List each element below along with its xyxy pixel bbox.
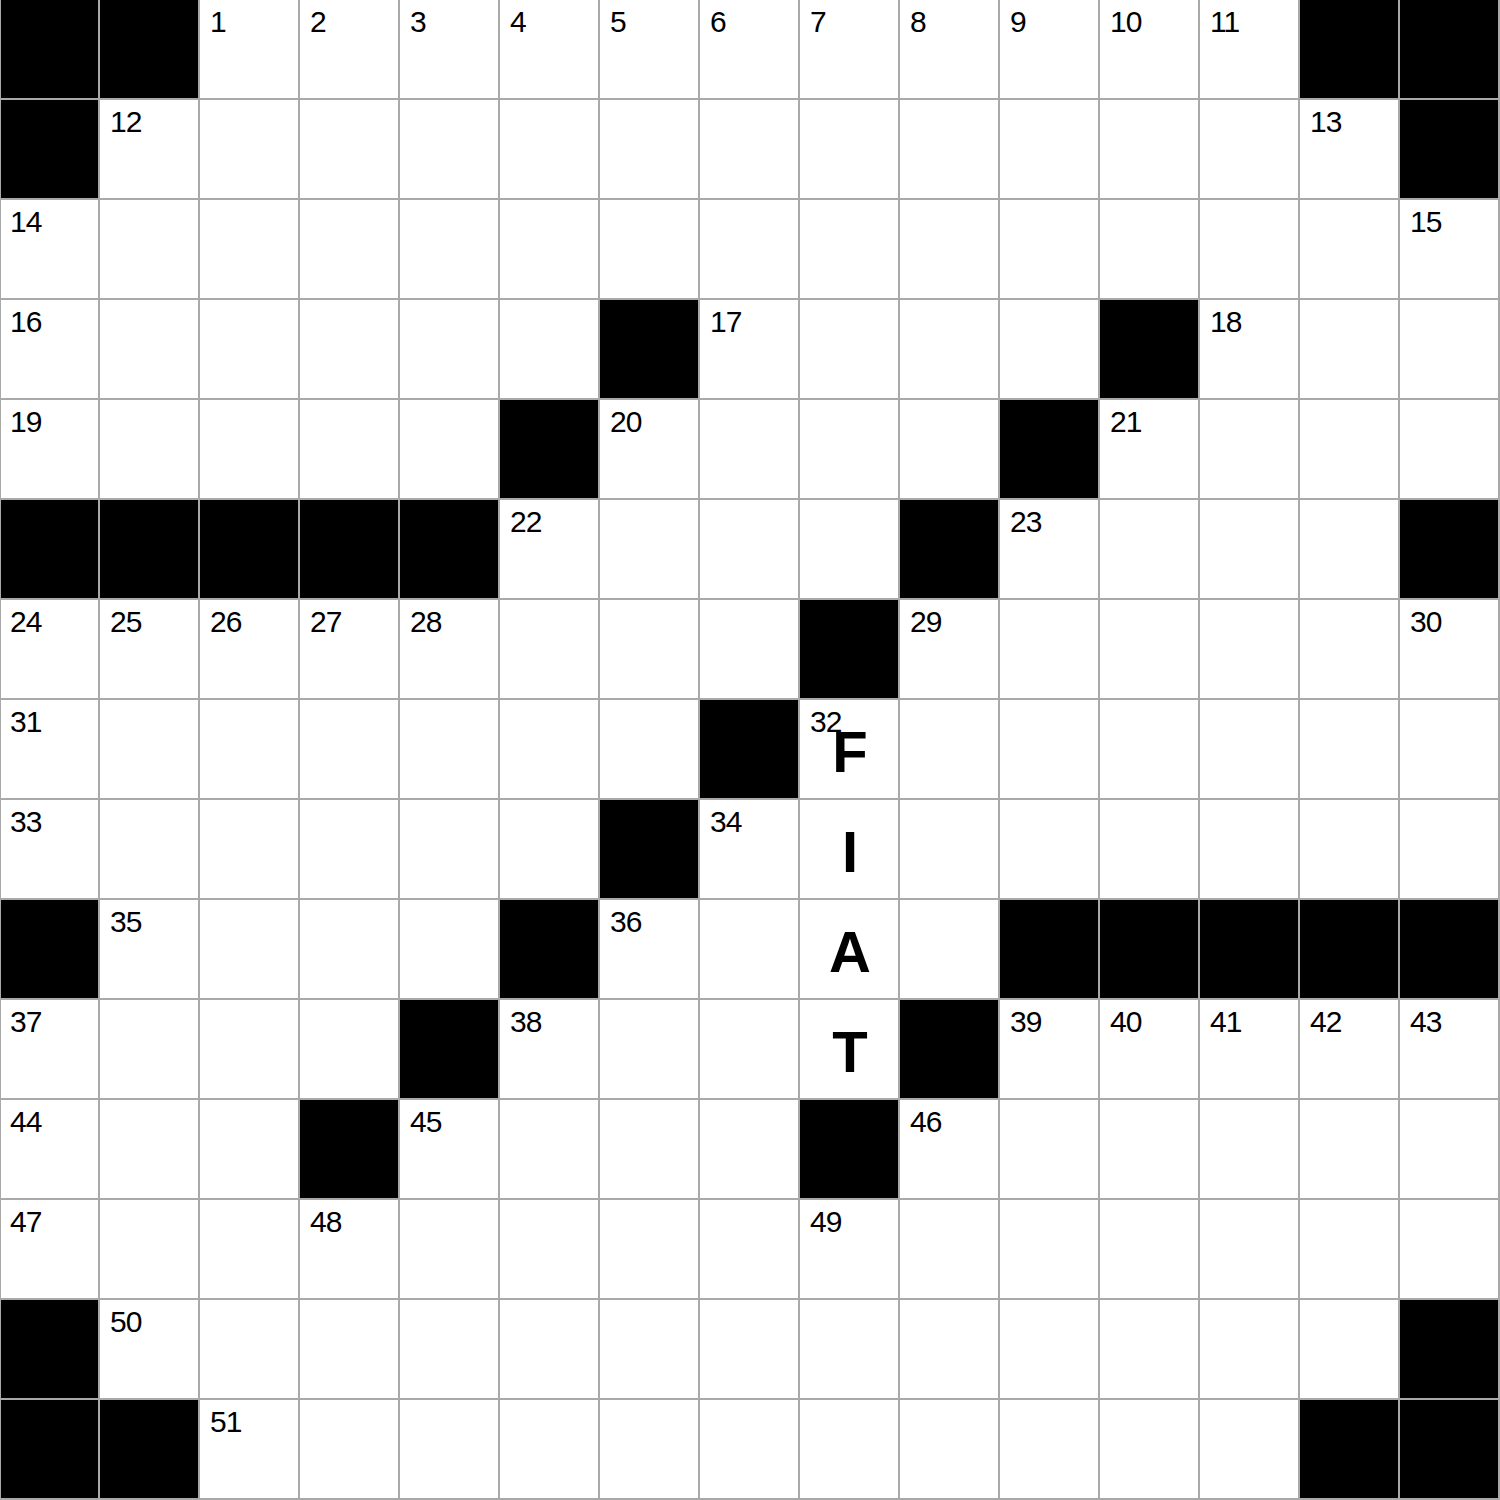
- black-cell: [600, 300, 700, 400]
- grid-cell[interactable]: [1400, 1100, 1500, 1200]
- grid-cell[interactable]: [400, 700, 500, 800]
- clue-number: 9: [1010, 7, 1026, 37]
- grid-cell[interactable]: [1000, 200, 1100, 300]
- grid-cell[interactable]: [1200, 500, 1300, 600]
- black-cell: [1400, 900, 1500, 1000]
- grid-cell[interactable]: [1200, 1400, 1300, 1500]
- clue-number: 17: [710, 307, 741, 337]
- grid-cell[interactable]: [300, 400, 400, 500]
- black-cell: [300, 500, 400, 600]
- black-cell: [1100, 300, 1200, 400]
- crossword-grid: 1234567891011121314151617181920212223242…: [0, 0, 1500, 1500]
- grid-cell[interactable]: [1100, 800, 1200, 900]
- grid-cell[interactable]: 22: [500, 500, 600, 600]
- clue-number: 7: [810, 7, 826, 37]
- grid-cell[interactable]: [100, 1100, 200, 1200]
- grid-cell[interactable]: [1400, 800, 1500, 900]
- clue-number: 41: [1210, 1007, 1241, 1037]
- grid-cell[interactable]: 21: [1100, 400, 1200, 500]
- grid-cell[interactable]: [900, 1300, 1000, 1400]
- grid-cell[interactable]: 16: [0, 300, 100, 400]
- grid-cell[interactable]: [300, 800, 400, 900]
- grid-cell[interactable]: [1000, 100, 1100, 200]
- grid-cell[interactable]: [200, 1100, 300, 1200]
- black-cell: [100, 500, 200, 600]
- grid-cell[interactable]: [100, 800, 200, 900]
- grid-cell[interactable]: [100, 700, 200, 800]
- grid-cell[interactable]: [800, 100, 900, 200]
- grid-cell[interactable]: [1000, 600, 1100, 700]
- grid-cell[interactable]: [300, 300, 400, 400]
- grid-cell[interactable]: 43: [1400, 1000, 1500, 1100]
- grid-cell[interactable]: 20: [600, 400, 700, 500]
- grid-cell[interactable]: [1300, 600, 1400, 700]
- grid-cell[interactable]: [200, 100, 300, 200]
- clue-number: 51: [210, 1407, 241, 1437]
- grid-cell[interactable]: [900, 900, 1000, 1000]
- black-cell: [1300, 900, 1400, 1000]
- grid-cell[interactable]: 10: [1100, 0, 1200, 100]
- black-cell: [1400, 1300, 1500, 1400]
- grid-cell[interactable]: [1300, 700, 1400, 800]
- grid-cell[interactable]: [500, 1200, 600, 1300]
- clue-number: 22: [510, 507, 541, 537]
- clue-number: 26: [210, 607, 241, 637]
- grid-cell[interactable]: [200, 1200, 300, 1300]
- grid-cell[interactable]: [1200, 1300, 1300, 1400]
- grid-cell[interactable]: [1000, 300, 1100, 400]
- grid-cell[interactable]: 39: [1000, 1000, 1100, 1100]
- clue-number: 14: [10, 207, 41, 237]
- cell-letter: F: [800, 700, 900, 800]
- grid-cell[interactable]: [900, 1400, 1000, 1500]
- black-cell: [1300, 0, 1400, 100]
- grid-cell[interactable]: [200, 1000, 300, 1100]
- grid-cell[interactable]: 18: [1200, 300, 1300, 400]
- clue-number: 18: [1210, 307, 1241, 337]
- grid-cell[interactable]: 25: [100, 600, 200, 700]
- grid-cell[interactable]: 14: [0, 200, 100, 300]
- grid-cell[interactable]: [1300, 300, 1400, 400]
- grid-cell[interactable]: 11: [1200, 0, 1300, 100]
- clue-number: 28: [410, 607, 441, 637]
- grid-cell[interactable]: [1100, 1300, 1200, 1400]
- clue-number: 21: [1110, 407, 1141, 437]
- grid-cell[interactable]: [1300, 1300, 1400, 1400]
- grid-cell[interactable]: [400, 200, 500, 300]
- grid-cell[interactable]: [200, 900, 300, 1000]
- grid-cell[interactable]: 50: [100, 1300, 200, 1400]
- grid-cell[interactable]: [600, 1400, 700, 1500]
- black-cell: [1100, 900, 1200, 1000]
- grid-cell[interactable]: 12: [100, 100, 200, 200]
- grid-cell[interactable]: [1100, 100, 1200, 200]
- clue-number: 4: [510, 7, 526, 37]
- grid-cell[interactable]: [1000, 1400, 1100, 1500]
- grid-cell[interactable]: [500, 300, 600, 400]
- grid-cell[interactable]: 27: [300, 600, 400, 700]
- grid-cell[interactable]: [800, 1300, 900, 1400]
- black-cell: [0, 100, 100, 200]
- grid-cell[interactable]: [500, 100, 600, 200]
- clue-number: 30: [1410, 607, 1441, 637]
- grid-cell[interactable]: 37: [0, 1000, 100, 1100]
- grid-cell[interactable]: 49: [800, 1200, 900, 1300]
- grid-cell[interactable]: [100, 1000, 200, 1100]
- grid-cell[interactable]: [300, 900, 400, 1000]
- clue-number: 1: [210, 7, 226, 37]
- grid-cell[interactable]: [900, 800, 1000, 900]
- grid-cell[interactable]: [1100, 200, 1200, 300]
- grid-cell[interactable]: T: [800, 1000, 900, 1100]
- black-cell: [0, 500, 100, 600]
- grid-cell[interactable]: [200, 200, 300, 300]
- grid-cell[interactable]: [600, 1300, 700, 1400]
- clue-number: 25: [110, 607, 141, 637]
- grid-cell[interactable]: [1400, 700, 1500, 800]
- clue-number: 31: [10, 707, 41, 737]
- grid-cell[interactable]: 45: [400, 1100, 500, 1200]
- grid-cell[interactable]: [1300, 800, 1400, 900]
- clue-number: 47: [10, 1207, 41, 1237]
- grid-cell[interactable]: [700, 600, 800, 700]
- clue-number: 34: [710, 807, 741, 837]
- grid-cell[interactable]: [500, 1300, 600, 1400]
- grid-cell[interactable]: [700, 400, 800, 500]
- grid-cell[interactable]: [400, 1300, 500, 1400]
- grid-cell[interactable]: [1100, 1100, 1200, 1200]
- clue-number: 16: [10, 307, 41, 337]
- grid-cell[interactable]: 38: [500, 1000, 600, 1100]
- grid-cell[interactable]: [200, 300, 300, 400]
- grid-cell[interactable]: 3: [400, 0, 500, 100]
- grid-cell[interactable]: [100, 400, 200, 500]
- grid-cell[interactable]: 24: [0, 600, 100, 700]
- grid-cell[interactable]: [300, 100, 400, 200]
- grid-cell[interactable]: [600, 500, 700, 600]
- clue-number: 13: [1310, 107, 1341, 137]
- grid-cell[interactable]: [300, 1300, 400, 1400]
- clue-number: 11: [1210, 7, 1239, 37]
- grid-cell[interactable]: [800, 300, 900, 400]
- grid-cell[interactable]: [800, 1400, 900, 1500]
- black-cell: [200, 500, 300, 600]
- grid-cell[interactable]: [600, 1200, 700, 1300]
- clue-number: 46: [910, 1107, 941, 1137]
- grid-cell[interactable]: [400, 900, 500, 1000]
- grid-cell[interactable]: 13: [1300, 100, 1400, 200]
- black-cell: [800, 1100, 900, 1200]
- grid-cell[interactable]: [1100, 1400, 1200, 1500]
- grid-cell[interactable]: [600, 1100, 700, 1200]
- clue-number: 19: [10, 407, 41, 437]
- grid-cell[interactable]: 40: [1100, 1000, 1200, 1100]
- grid-cell[interactable]: [500, 1400, 600, 1500]
- clue-number: 37: [10, 1007, 41, 1037]
- grid-cell[interactable]: [700, 900, 800, 1000]
- grid-cell[interactable]: [600, 100, 700, 200]
- grid-cell[interactable]: [1400, 1200, 1500, 1300]
- grid-cell[interactable]: [800, 200, 900, 300]
- grid-cell[interactable]: [1200, 400, 1300, 500]
- grid-cell[interactable]: [100, 200, 200, 300]
- grid-cell[interactable]: [900, 1200, 1000, 1300]
- black-cell: [900, 1000, 1000, 1100]
- black-cell: [1400, 1400, 1500, 1500]
- grid-cell[interactable]: [1200, 100, 1300, 200]
- clue-number: 15: [1410, 207, 1441, 237]
- grid-cell[interactable]: [400, 800, 500, 900]
- grid-cell[interactable]: [1000, 1300, 1100, 1400]
- clue-number: 8: [910, 7, 926, 37]
- grid-cell[interactable]: [100, 1200, 200, 1300]
- grid-cell[interactable]: [400, 300, 500, 400]
- grid-cell[interactable]: 5: [600, 0, 700, 100]
- grid-cell[interactable]: [1300, 1200, 1400, 1300]
- cell-letter: T: [800, 1000, 900, 1100]
- grid-cell[interactable]: [500, 800, 600, 900]
- grid-cell[interactable]: 2: [300, 0, 400, 100]
- grid-cell[interactable]: 29: [900, 600, 1000, 700]
- clue-number: 36: [610, 907, 641, 937]
- grid-cell[interactable]: [1200, 1200, 1300, 1300]
- grid-cell[interactable]: 23: [1000, 500, 1100, 600]
- grid-cell[interactable]: [900, 100, 1000, 200]
- grid-cell[interactable]: A: [800, 900, 900, 1000]
- grid-cell[interactable]: [1300, 500, 1400, 600]
- grid-cell[interactable]: [1200, 600, 1300, 700]
- black-cell: [100, 1400, 200, 1500]
- clue-number: 45: [410, 1107, 441, 1137]
- black-cell: [900, 500, 1000, 600]
- grid-cell[interactable]: 41: [1200, 1000, 1300, 1100]
- grid-cell[interactable]: 1: [200, 0, 300, 100]
- clue-number: 49: [810, 1207, 841, 1237]
- grid-cell[interactable]: [400, 100, 500, 200]
- black-cell: [500, 900, 600, 1000]
- grid-cell[interactable]: [1200, 800, 1300, 900]
- clue-number: 23: [1010, 507, 1041, 537]
- cell-letter: I: [800, 800, 900, 900]
- grid-cell[interactable]: [300, 200, 400, 300]
- grid-cell[interactable]: [1000, 1200, 1100, 1300]
- grid-cell[interactable]: [1300, 1100, 1400, 1200]
- black-cell: [100, 0, 200, 100]
- grid-cell[interactable]: [500, 600, 600, 700]
- grid-cell[interactable]: [700, 200, 800, 300]
- grid-cell[interactable]: 15: [1400, 200, 1500, 300]
- grid-cell[interactable]: [1300, 200, 1400, 300]
- grid-cell[interactable]: 30: [1400, 600, 1500, 700]
- grid-cell[interactable]: 26: [200, 600, 300, 700]
- cell-letter: A: [800, 900, 900, 1000]
- black-cell: [0, 1400, 100, 1500]
- clue-number: 48: [310, 1207, 341, 1237]
- clue-number: 33: [10, 807, 41, 837]
- grid-cell[interactable]: [1100, 1200, 1200, 1300]
- grid-cell[interactable]: [700, 1000, 800, 1100]
- clue-number: 50: [110, 1307, 141, 1337]
- grid-cell[interactable]: [1400, 300, 1500, 400]
- black-cell: [0, 900, 100, 1000]
- black-cell: [600, 800, 700, 900]
- grid-cell[interactable]: [1000, 700, 1100, 800]
- clue-number: 6: [710, 7, 726, 37]
- grid-cell[interactable]: 35: [100, 900, 200, 1000]
- grid-cell[interactable]: [700, 1100, 800, 1200]
- grid-cell[interactable]: [600, 200, 700, 300]
- black-cell: [0, 0, 100, 100]
- black-cell: [1400, 500, 1500, 600]
- grid-cell[interactable]: [1100, 600, 1200, 700]
- grid-cell[interactable]: 33: [0, 800, 100, 900]
- grid-cell[interactable]: 31: [0, 700, 100, 800]
- grid-cell[interactable]: 47: [0, 1200, 100, 1300]
- black-cell: [1000, 900, 1100, 1000]
- clue-number: 44: [10, 1107, 41, 1137]
- grid-cell[interactable]: [300, 700, 400, 800]
- black-cell: [1200, 900, 1300, 1000]
- grid-cell[interactable]: 51: [200, 1400, 300, 1500]
- clue-number: 43: [1410, 1007, 1441, 1037]
- clue-number: 42: [1310, 1007, 1341, 1037]
- black-cell: [1400, 0, 1500, 100]
- grid-cell[interactable]: [200, 700, 300, 800]
- grid-cell[interactable]: 6: [700, 0, 800, 100]
- black-cell: [1000, 400, 1100, 500]
- black-cell: [1400, 100, 1500, 200]
- clue-number: 35: [110, 907, 141, 937]
- grid-cell[interactable]: 36: [600, 900, 700, 1000]
- black-cell: [1300, 1400, 1400, 1500]
- clue-number: 2: [310, 7, 326, 37]
- grid-cell[interactable]: [900, 200, 1000, 300]
- black-cell: [800, 600, 900, 700]
- clue-number: 29: [910, 607, 941, 637]
- clue-number: 39: [1010, 1007, 1041, 1037]
- grid-cell[interactable]: [200, 400, 300, 500]
- grid-cell[interactable]: 17: [700, 300, 800, 400]
- grid-cell[interactable]: 34: [700, 800, 800, 900]
- grid-cell[interactable]: [1200, 200, 1300, 300]
- grid-cell[interactable]: 8: [900, 0, 1000, 100]
- grid-cell[interactable]: [800, 500, 900, 600]
- grid-cell[interactable]: [1000, 800, 1100, 900]
- grid-cell[interactable]: [800, 400, 900, 500]
- clue-number: 3: [410, 7, 426, 37]
- clue-number: 24: [10, 607, 41, 637]
- clue-number: 40: [1110, 1007, 1141, 1037]
- clue-number: 10: [1110, 7, 1141, 37]
- grid-cell[interactable]: 48: [300, 1200, 400, 1300]
- black-cell: [500, 400, 600, 500]
- grid-cell[interactable]: [400, 1400, 500, 1500]
- grid-cell[interactable]: [1200, 1100, 1300, 1200]
- clue-number: 27: [310, 607, 341, 637]
- grid-cell[interactable]: 44: [0, 1100, 100, 1200]
- grid-cell[interactable]: [1100, 700, 1200, 800]
- grid-cell[interactable]: [600, 600, 700, 700]
- clue-number: 5: [610, 7, 626, 37]
- black-cell: [300, 1100, 400, 1200]
- grid-cell[interactable]: [400, 400, 500, 500]
- grid-cell[interactable]: [1400, 400, 1500, 500]
- grid-cell[interactable]: [700, 1200, 800, 1300]
- grid-cell[interactable]: [1000, 1100, 1100, 1200]
- grid-cell[interactable]: 28: [400, 600, 500, 700]
- black-cell: [400, 1000, 500, 1100]
- grid-cell[interactable]: [300, 1000, 400, 1100]
- grid-cell[interactable]: [500, 200, 600, 300]
- clue-number: 38: [510, 1007, 541, 1037]
- grid-cell[interactable]: [400, 1200, 500, 1300]
- grid-cell[interactable]: [200, 800, 300, 900]
- grid-cell[interactable]: 4: [500, 0, 600, 100]
- grid-cell[interactable]: [500, 1100, 600, 1200]
- grid-cell[interactable]: I: [800, 800, 900, 900]
- clue-number: 12: [110, 107, 141, 137]
- grid-cell[interactable]: [700, 1400, 800, 1500]
- grid-cell[interactable]: [1200, 700, 1300, 800]
- grid-cell[interactable]: [900, 700, 1000, 800]
- grid-cell[interactable]: [700, 100, 800, 200]
- grid-cell[interactable]: 9: [1000, 0, 1100, 100]
- black-cell: [400, 500, 500, 600]
- grid-cell[interactable]: [300, 1400, 400, 1500]
- black-cell: [700, 700, 800, 800]
- grid-cell[interactable]: 7: [800, 0, 900, 100]
- grid-cell[interactable]: [200, 1300, 300, 1400]
- grid-cell[interactable]: 19: [0, 400, 100, 500]
- grid-cell[interactable]: [1100, 500, 1200, 600]
- grid-cell[interactable]: [100, 300, 200, 400]
- clue-number: 20: [610, 407, 641, 437]
- grid-cell[interactable]: [600, 700, 700, 800]
- grid-cell[interactable]: [700, 1300, 800, 1400]
- grid-cell[interactable]: [900, 300, 1000, 400]
- grid-cell[interactable]: [1300, 400, 1400, 500]
- grid-cell[interactable]: [600, 1000, 700, 1100]
- grid-cell[interactable]: [900, 400, 1000, 500]
- grid-cell[interactable]: 32F: [800, 700, 900, 800]
- grid-cell[interactable]: 46: [900, 1100, 1000, 1200]
- grid-cell[interactable]: [500, 700, 600, 800]
- black-cell: [0, 1300, 100, 1400]
- grid-cell[interactable]: 42: [1300, 1000, 1400, 1100]
- grid-cell[interactable]: [700, 500, 800, 600]
